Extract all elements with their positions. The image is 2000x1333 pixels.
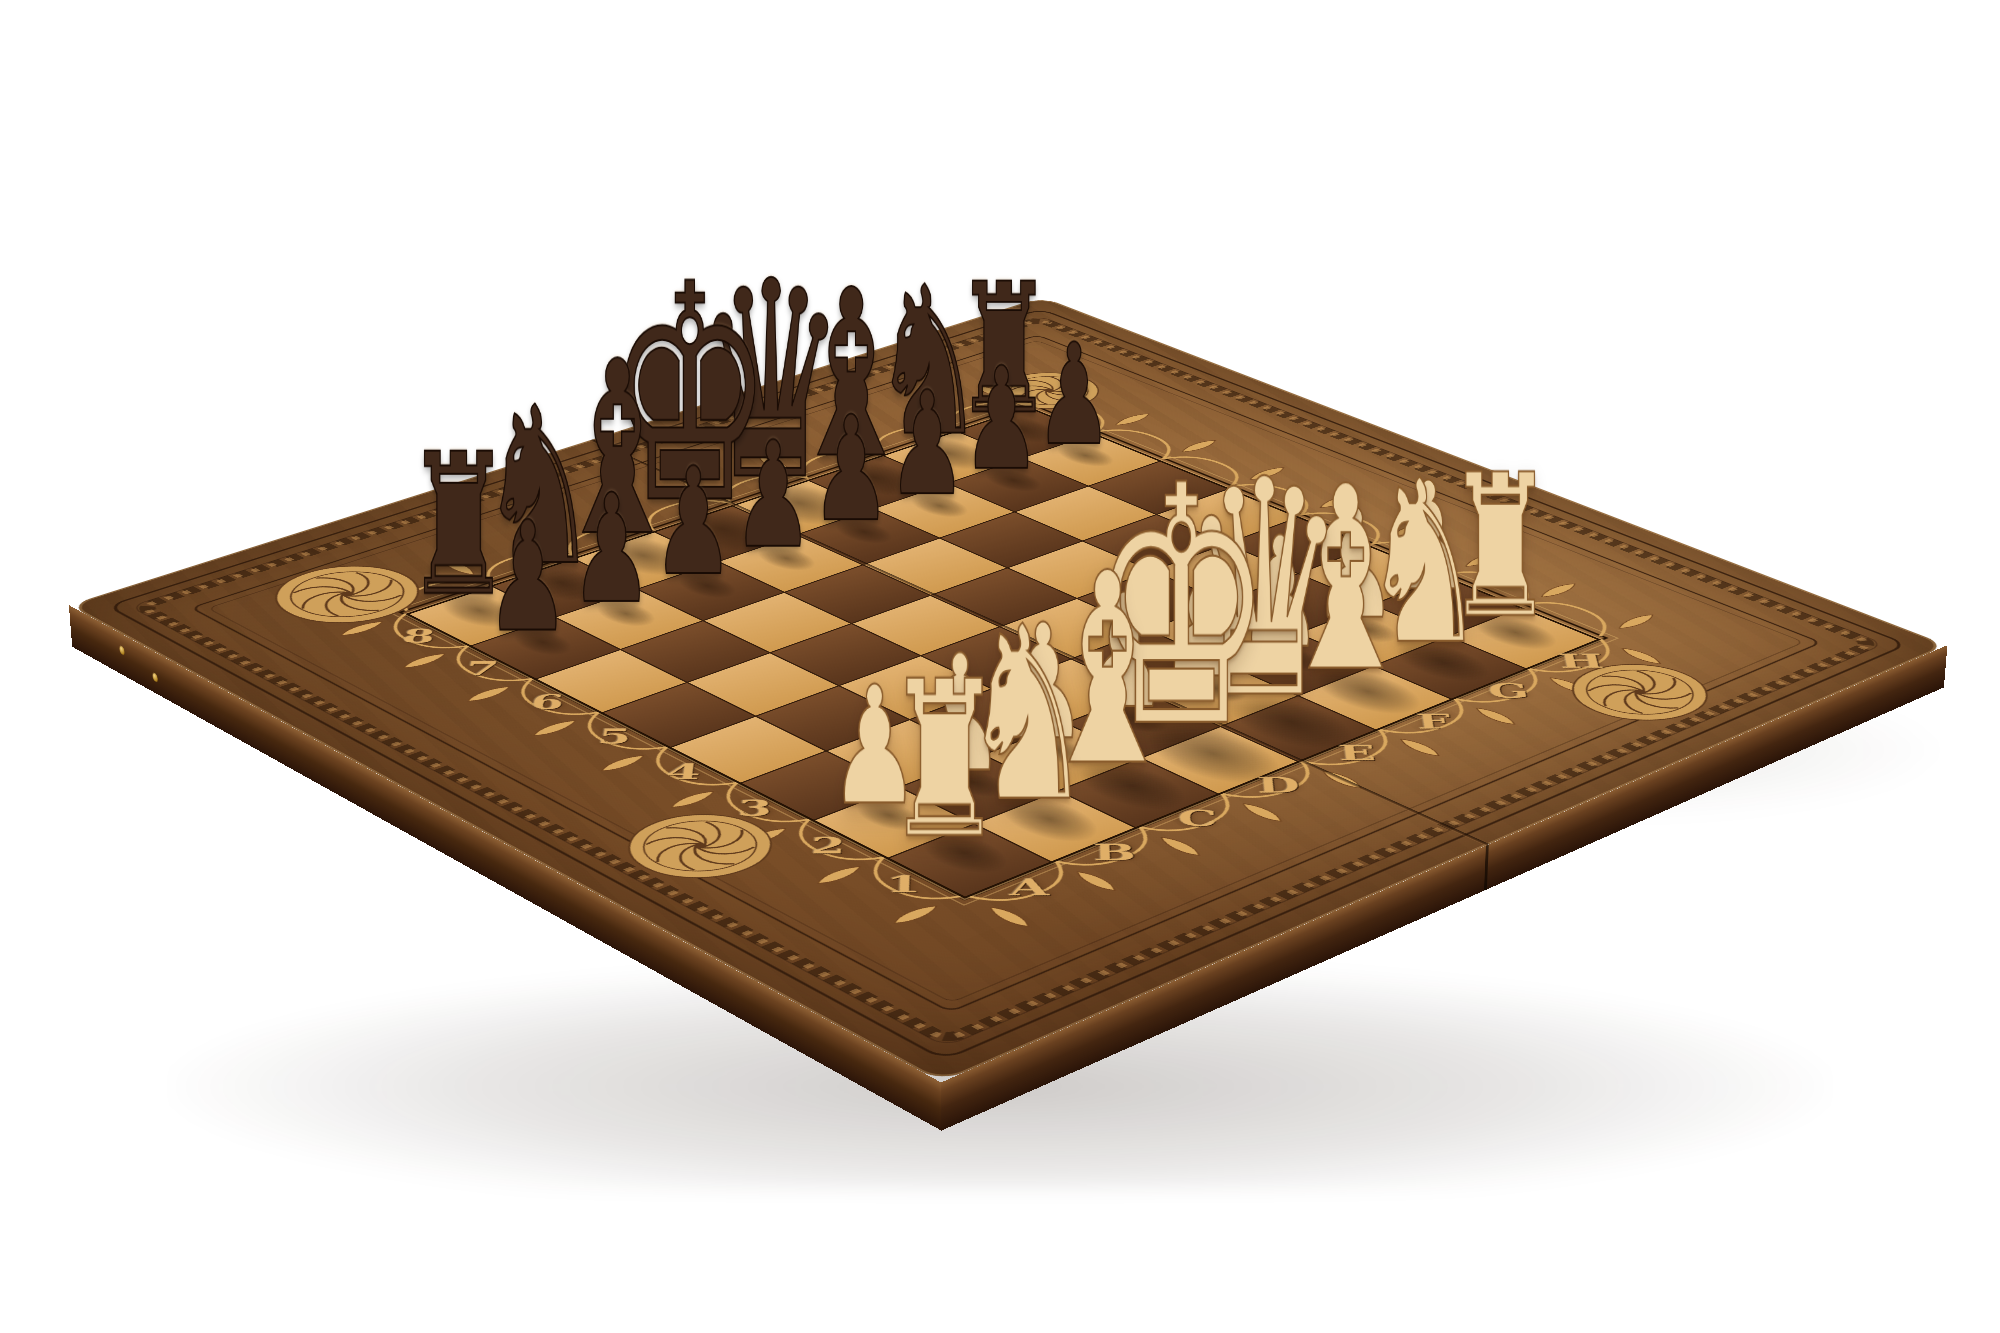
photo-scene: 12345678ABCDEFGH ♜♞♟♝♟♛♟♚♟♝♟♞♟♟♜♟♟♜♟♟♞♟♝… (0, 0, 2000, 1333)
brass-pin (152, 672, 158, 683)
brass-pin (119, 645, 125, 656)
fold-seam-edge (1484, 844, 1489, 890)
pawn-glyph: ♟ (396, 501, 659, 653)
rook-glyph: ♜ (801, 652, 1089, 867)
